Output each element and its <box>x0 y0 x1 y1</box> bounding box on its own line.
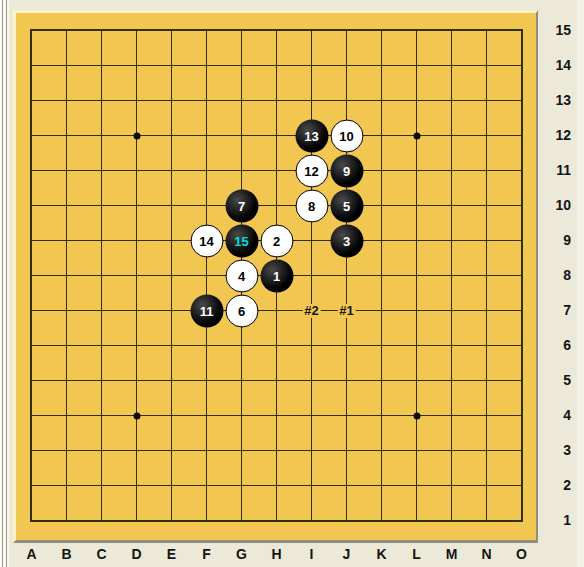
column-label-E: E <box>167 546 176 562</box>
grid-line-horizontal <box>30 520 523 522</box>
stone-white-move-10[interactable]: 10 <box>330 119 363 152</box>
row-label-13: 13 <box>547 92 571 108</box>
stone-white-move-6[interactable]: 6 <box>225 294 258 327</box>
row-label-3: 3 <box>547 442 571 458</box>
stone-black-move-7[interactable]: 7 <box>225 189 258 222</box>
grid-line-vertical <box>346 30 347 521</box>
row-label-5: 5 <box>547 372 571 388</box>
grid-line-vertical <box>486 30 487 521</box>
grid-line-vertical <box>416 30 417 521</box>
column-label-D: D <box>131 546 141 562</box>
column-label-L: L <box>412 546 421 562</box>
stone-white-move-12[interactable]: 12 <box>295 154 328 187</box>
row-label-15: 15 <box>547 22 571 38</box>
column-label-C: C <box>96 546 106 562</box>
grid-line-vertical <box>521 30 523 521</box>
stone-black-move-1[interactable]: 1 <box>260 259 293 292</box>
stone-black-move-9[interactable]: 9 <box>330 154 363 187</box>
column-label-G: G <box>236 546 247 562</box>
column-label-I: I <box>310 546 314 562</box>
grid-line-horizontal <box>30 345 523 346</box>
row-label-11: 11 <box>547 162 571 178</box>
stone-white-move-8[interactable]: 8 <box>295 189 328 222</box>
stone-white-move-14[interactable]: 14 <box>190 224 223 257</box>
grid-line-horizontal <box>30 380 523 381</box>
go-program-board-view: 123456789101112131415#2#1 ABCDEFGHIJKLMN… <box>0 0 584 567</box>
right-panel-edge <box>577 0 584 567</box>
column-label-J: J <box>343 546 351 562</box>
stone-white-move-4[interactable]: 4 <box>225 259 258 292</box>
grid-line-vertical <box>451 30 452 521</box>
column-label-B: B <box>61 546 71 562</box>
column-label-A: A <box>26 546 36 562</box>
point-label-J7: #1 <box>337 304 355 318</box>
point-label-I7: #2 <box>302 304 320 318</box>
row-label-10: 10 <box>547 197 571 213</box>
star-point-D4 <box>133 412 140 419</box>
grid-line-vertical <box>311 30 312 521</box>
grid-line-vertical <box>381 30 382 521</box>
row-label-8: 8 <box>547 267 571 283</box>
star-point-L4 <box>413 412 420 419</box>
stone-black-move-3[interactable]: 3 <box>330 224 363 257</box>
grid-line-horizontal <box>30 450 523 451</box>
row-label-12: 12 <box>547 127 571 143</box>
row-label-7: 7 <box>547 302 571 318</box>
row-label-1: 1 <box>547 512 571 528</box>
row-label-14: 14 <box>547 57 571 73</box>
stone-black-move-13[interactable]: 13 <box>295 119 328 152</box>
window-splitter[interactable] <box>0 0 9 567</box>
row-label-6: 6 <box>547 337 571 353</box>
stone-black-move-11[interactable]: 11 <box>190 294 223 327</box>
stone-white-move-2[interactable]: 2 <box>260 224 293 257</box>
row-label-4: 4 <box>547 407 571 423</box>
grid-line-horizontal <box>30 415 523 416</box>
grid-line-horizontal <box>30 310 523 311</box>
grid-line-horizontal <box>30 485 523 486</box>
star-point-L12 <box>413 132 420 139</box>
column-label-F: F <box>202 546 211 562</box>
star-point-D12 <box>133 132 140 139</box>
column-label-K: K <box>376 546 386 562</box>
column-label-N: N <box>481 546 491 562</box>
row-label-2: 2 <box>547 477 571 493</box>
column-label-O: O <box>516 546 527 562</box>
stone-black-move-5[interactable]: 5 <box>330 189 363 222</box>
column-label-M: M <box>446 546 458 562</box>
column-label-H: H <box>271 546 281 562</box>
stone-black-move-15[interactable]: 15 <box>225 224 258 257</box>
row-label-9: 9 <box>547 232 571 248</box>
